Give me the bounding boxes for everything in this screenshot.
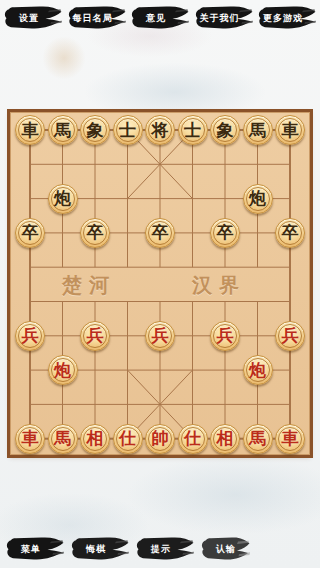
piece-red-advisor[interactable]: 仕 xyxy=(178,424,208,454)
piece-glyph: 兵 xyxy=(282,327,299,344)
piece-glyph: 卒 xyxy=(22,224,39,241)
piece-red-pawn[interactable]: 兵 xyxy=(210,321,240,351)
more-games-button-label: 更多游戏 xyxy=(260,13,306,22)
piece-glyph: 馬 xyxy=(54,430,71,447)
piece-glyph: 卒 xyxy=(282,224,299,241)
piece-red-rook[interactable]: 車 xyxy=(15,424,45,454)
piece-red-pawn[interactable]: 兵 xyxy=(80,321,110,351)
piece-red-horse[interactable]: 馬 xyxy=(48,424,78,454)
piece-glyph: 炮 xyxy=(54,362,71,379)
menu-button[interactable]: 菜单 xyxy=(5,535,65,562)
piece-black-elephant[interactable]: 象 xyxy=(80,115,110,145)
piece-red-rook[interactable]: 車 xyxy=(275,424,305,454)
piece-glyph: 将 xyxy=(152,122,169,139)
piece-red-pawn[interactable]: 兵 xyxy=(145,321,175,351)
piece-black-cannon[interactable]: 炮 xyxy=(48,184,78,214)
piece-glyph: 車 xyxy=(282,122,299,139)
more-games-button[interactable]: 更多游戏 xyxy=(257,4,317,31)
piece-glyph: 仕 xyxy=(184,430,201,447)
piece-glyph: 馬 xyxy=(54,122,71,139)
piece-glyph: 兵 xyxy=(152,327,169,344)
piece-glyph: 兵 xyxy=(87,327,104,344)
piece-glyph: 炮 xyxy=(54,190,71,207)
menu-button-label: 菜单 xyxy=(8,544,54,553)
piece-red-advisor[interactable]: 仕 xyxy=(113,424,143,454)
undo-move-button[interactable]: 悔棋 xyxy=(70,535,130,562)
piece-red-pawn[interactable]: 兵 xyxy=(15,321,45,351)
bottom-menu-bar: 菜单 悔棋 提示 认输 xyxy=(0,535,320,562)
piece-glyph: 車 xyxy=(282,430,299,447)
piece-glyph: 象 xyxy=(87,122,104,139)
app-screen: 设置 每日名局 意见 关于我们 更多游戏 xyxy=(0,0,320,568)
xiangqi-board[interactable]: 楚河 汉界 車馬象士将士象馬車炮炮卒卒卒卒卒兵兵兵兵兵炮炮車馬相仕帥仕相馬車 xyxy=(10,112,310,455)
piece-glyph: 象 xyxy=(217,122,234,139)
about-us-button-label: 关于我们 xyxy=(197,13,243,22)
piece-red-elephant[interactable]: 相 xyxy=(210,424,240,454)
piece-glyph: 相 xyxy=(87,430,104,447)
piece-glyph: 車 xyxy=(22,430,39,447)
pieces-layer: 車馬象士将士象馬車炮炮卒卒卒卒卒兵兵兵兵兵炮炮車馬相仕帥仕相馬車 xyxy=(10,112,310,455)
piece-red-elephant[interactable]: 相 xyxy=(80,424,110,454)
top-menu-bar: 设置 每日名局 意见 关于我们 更多游戏 xyxy=(0,4,320,31)
feedback-button-label: 意见 xyxy=(133,13,179,22)
piece-glyph: 炮 xyxy=(249,190,266,207)
resign-button-label: 认输 xyxy=(203,544,249,553)
settings-button[interactable]: 设置 xyxy=(3,4,63,31)
piece-black-advisor[interactable]: 士 xyxy=(178,115,208,145)
piece-black-horse[interactable]: 馬 xyxy=(243,115,273,145)
piece-black-pawn[interactable]: 卒 xyxy=(210,218,240,248)
piece-glyph: 仕 xyxy=(119,430,136,447)
settings-button-label: 设置 xyxy=(6,13,52,22)
daily-games-button-label: 每日名局 xyxy=(70,13,116,22)
hint-button[interactable]: 提示 xyxy=(135,535,195,562)
piece-glyph: 兵 xyxy=(217,327,234,344)
about-us-button[interactable]: 关于我们 xyxy=(194,4,254,31)
piece-black-pawn[interactable]: 卒 xyxy=(275,218,305,248)
piece-black-horse[interactable]: 馬 xyxy=(48,115,78,145)
piece-black-pawn[interactable]: 卒 xyxy=(145,218,175,248)
piece-glyph: 炮 xyxy=(249,362,266,379)
piece-glyph: 馬 xyxy=(249,122,266,139)
piece-red-king[interactable]: 帥 xyxy=(145,424,175,454)
piece-glyph: 士 xyxy=(119,122,136,139)
feedback-button[interactable]: 意见 xyxy=(130,4,190,31)
piece-red-cannon[interactable]: 炮 xyxy=(243,355,273,385)
piece-glyph: 卒 xyxy=(217,224,234,241)
piece-glyph: 卒 xyxy=(152,224,169,241)
piece-glyph: 相 xyxy=(217,430,234,447)
undo-move-button-label: 悔棋 xyxy=(73,544,119,553)
resign-button[interactable]: 认输 xyxy=(200,535,260,562)
piece-red-pawn[interactable]: 兵 xyxy=(275,321,305,351)
piece-black-elephant[interactable]: 象 xyxy=(210,115,240,145)
piece-glyph: 卒 xyxy=(87,224,104,241)
hint-button-label: 提示 xyxy=(138,544,184,553)
piece-glyph: 馬 xyxy=(249,430,266,447)
daily-games-button[interactable]: 每日名局 xyxy=(67,4,127,31)
piece-glyph: 車 xyxy=(22,122,39,139)
piece-black-pawn[interactable]: 卒 xyxy=(80,218,110,248)
piece-glyph: 帥 xyxy=(152,430,169,447)
piece-black-rook[interactable]: 車 xyxy=(15,115,45,145)
piece-glyph: 兵 xyxy=(22,327,39,344)
piece-red-horse[interactable]: 馬 xyxy=(243,424,273,454)
piece-glyph: 士 xyxy=(184,122,201,139)
piece-red-cannon[interactable]: 炮 xyxy=(48,355,78,385)
piece-black-pawn[interactable]: 卒 xyxy=(15,218,45,248)
piece-black-rook[interactable]: 車 xyxy=(275,115,305,145)
piece-black-king[interactable]: 将 xyxy=(145,115,175,145)
piece-black-advisor[interactable]: 士 xyxy=(113,115,143,145)
piece-black-cannon[interactable]: 炮 xyxy=(243,184,273,214)
